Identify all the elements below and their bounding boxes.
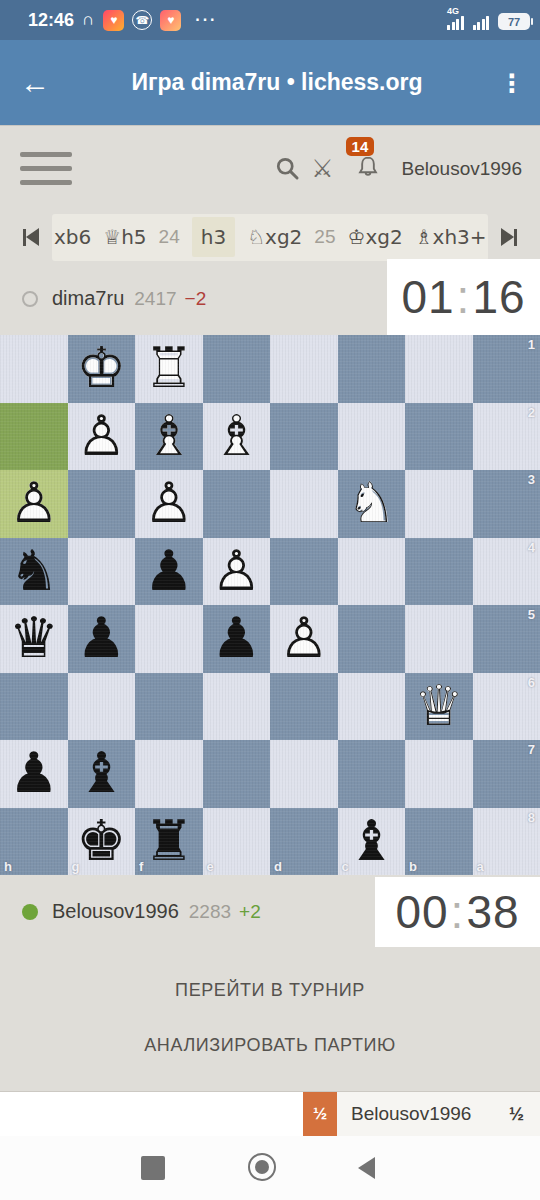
square-d5[interactable]: ♟♙ — [270, 605, 338, 673]
square-b8[interactable]: b — [405, 808, 473, 876]
square-f8[interactable]: ♜f — [135, 808, 203, 876]
square-d1[interactable] — [270, 335, 338, 403]
challenge-swords-icon[interactable]: ⚔ — [311, 154, 333, 183]
square-a4[interactable]: 4 — [473, 538, 540, 606]
square-f7[interactable] — [135, 740, 203, 808]
piece-black-queen: ♛ — [0, 605, 68, 673]
square-b6[interactable]: ♛♕ — [405, 673, 473, 741]
square-d3[interactable] — [270, 470, 338, 538]
square-e8[interactable]: e — [203, 808, 271, 876]
square-d7[interactable] — [270, 740, 338, 808]
standings-score-badge: ½ — [303, 1092, 337, 1136]
player-top-rating: 2417 — [134, 288, 176, 310]
coord-file-f: f — [139, 859, 143, 874]
piece-black-knight: ♞ — [0, 538, 68, 606]
square-b5[interactable] — [405, 605, 473, 673]
screen: 12:46 ∩ ♥ ☎ ♥ ··· 4G 77 ← Игра dima7ru •… — [0, 0, 540, 1200]
square-c7[interactable] — [338, 740, 406, 808]
square-c6[interactable] — [338, 673, 406, 741]
heart-app-icon: ♥ — [160, 10, 181, 31]
square-h7[interactable]: ♟ — [0, 740, 68, 808]
square-a6[interactable]: 6 — [473, 673, 540, 741]
square-b2[interactable] — [405, 403, 473, 471]
coord-file-g: g — [72, 859, 80, 874]
battery-icon: 77 — [498, 13, 530, 30]
square-b1[interactable] — [405, 335, 473, 403]
square-g5[interactable]: ♟ — [68, 605, 136, 673]
toolbar: ⚔ 14 Belousov1996 — [0, 125, 540, 212]
square-b7[interactable] — [405, 740, 473, 808]
square-c3[interactable]: ♞♘ — [338, 470, 406, 538]
player-row-bottom: Belousov1996 2283 +2 00:38 — [0, 875, 540, 948]
coord-file-b: b — [409, 859, 417, 874]
square-h1[interactable] — [0, 335, 68, 403]
piece-white-bishop: ♝♗ — [203, 403, 271, 471]
move-token[interactable]: ♕h5 — [103, 225, 146, 249]
move-token-current[interactable]: h3 — [192, 217, 235, 257]
analyze-game-button[interactable]: АНАЛИЗИРОВАТЬ ПАРТИЮ — [134, 1029, 406, 1062]
coord-file-e: e — [207, 859, 214, 874]
notification-badge: 14 — [346, 137, 375, 156]
square-f5[interactable] — [135, 605, 203, 673]
square-a8[interactable]: a8 — [473, 808, 540, 876]
square-g6[interactable] — [68, 673, 136, 741]
square-g1[interactable]: ♚♔ — [68, 335, 136, 403]
player-row-top: dima7ru 2417 −2 01:16 — [0, 262, 540, 335]
coord-rank-4: 4 — [528, 540, 535, 555]
square-a1[interactable]: 1 — [473, 335, 540, 403]
coord-rank-7: 7 — [528, 742, 535, 757]
signal-icon-4g: 4G — [447, 7, 464, 30]
status-bar: 12:46 ∩ ♥ ☎ ♥ ··· 4G 77 — [0, 0, 540, 40]
square-e3[interactable] — [203, 470, 271, 538]
kebab-menu-button[interactable]: ⋮ — [484, 72, 540, 94]
search-icon[interactable] — [274, 155, 301, 182]
player-top-rating-delta: −2 — [185, 288, 207, 310]
coord-file-d: d — [274, 859, 282, 874]
skip-to-end-button[interactable] — [488, 228, 530, 246]
coord-file-c: c — [342, 859, 349, 874]
square-h3[interactable]: ♟♙ — [0, 470, 68, 538]
square-e4[interactable]: ♟♙ — [203, 538, 271, 606]
clock-top: 01:16 — [387, 259, 540, 335]
player-bottom-name[interactable]: Belousov1996 — [52, 900, 179, 923]
square-b4[interactable] — [405, 538, 473, 606]
player-bottom-rating: 2283 — [189, 901, 231, 923]
move-number: 25 — [314, 226, 335, 248]
piece-black-bishop: ♝ — [68, 740, 136, 808]
square-f2[interactable]: ♝♗ — [135, 403, 203, 471]
square-h2[interactable] — [0, 403, 68, 471]
square-c2[interactable] — [338, 403, 406, 471]
square-a7[interactable]: 7 — [473, 740, 540, 808]
move-number: 24 — [159, 226, 180, 248]
square-f1[interactable]: ♜♖ — [135, 335, 203, 403]
clock-bottom: 00:38 — [375, 877, 540, 947]
piece-white-bishop: ♝♗ — [135, 403, 203, 471]
signal-icon-2 — [473, 16, 490, 30]
move-token[interactable]: xb6 — [54, 225, 91, 249]
square-h5[interactable]: ♛ — [0, 605, 68, 673]
square-a3[interactable]: 3 — [473, 470, 540, 538]
standings-score: ½ — [509, 1104, 524, 1125]
nav-back-button[interactable] — [358, 1157, 375, 1179]
page-title: Игра dima7ru • lichess.org — [70, 69, 484, 96]
player-top-name[interactable]: dima7ru — [52, 287, 124, 310]
coord-rank-3: 3 — [528, 472, 535, 487]
coord-rank-2: 2 — [528, 405, 535, 420]
app-header: ← Игра dima7ru • lichess.org ⋮ — [0, 40, 540, 125]
piece-black-pawn: ♟ — [203, 605, 271, 673]
square-e7[interactable] — [203, 740, 271, 808]
headphones-icon: ∩ — [82, 10, 94, 30]
clock-time: 12:46 — [28, 10, 74, 31]
square-f4[interactable]: ♟ — [135, 538, 203, 606]
coord-rank-1: 1 — [528, 337, 535, 352]
piece-white-pawn: ♟♙ — [68, 403, 136, 471]
coord-file-h: h — [4, 859, 12, 874]
piece-white-pawn: ♟♙ — [203, 538, 271, 606]
actions: ПЕРЕЙТИ В ТУРНИР АНАЛИЗИРОВАТЬ ПАРТИЮ — [0, 948, 540, 1092]
toolbar-username[interactable]: Belousov1996 — [402, 158, 522, 180]
standings-row[interactable]: ½ Belousov1996 ½ — [0, 1092, 540, 1136]
square-a2[interactable]: 2 — [473, 403, 540, 471]
black-side-online-icon — [22, 904, 38, 920]
whatsapp-icon: ☎ — [132, 10, 152, 30]
piece-white-pawn: ♟♙ — [270, 605, 338, 673]
recents-button[interactable] — [141, 1156, 165, 1180]
piece-white-king: ♚♔ — [68, 335, 136, 403]
more-notifications-icon: ··· — [195, 11, 217, 29]
square-c1[interactable] — [338, 335, 406, 403]
piece-white-knight: ♞♘ — [338, 470, 406, 538]
board: ♚♔♜♖1♟♙♝♗♝♗2♟♙♟♙♞♘3♞♟♟♙4♛♟♟♟♙5♛♕6♟♝7h♚g♜… — [0, 335, 540, 875]
coord-file-a: a — [477, 859, 484, 874]
square-d2[interactable] — [270, 403, 338, 471]
square-e1[interactable] — [203, 335, 271, 403]
move-bar: xb6♕h524h3♘xg225♔xg2♗xh3+26 — [0, 212, 540, 262]
square-d6[interactable] — [270, 673, 338, 741]
square-e5[interactable]: ♟ — [203, 605, 271, 673]
square-e6[interactable] — [203, 673, 271, 741]
move-token[interactable]: ♔xg2 — [347, 225, 402, 249]
square-f6[interactable] — [135, 673, 203, 741]
square-g8[interactable]: ♚g — [68, 808, 136, 876]
square-g4[interactable] — [68, 538, 136, 606]
likee-app-icon: ♥ — [103, 10, 124, 31]
square-e2[interactable]: ♝♗ — [203, 403, 271, 471]
square-g3[interactable] — [68, 470, 136, 538]
square-c4[interactable] — [338, 538, 406, 606]
white-side-icon — [22, 291, 38, 307]
square-c8[interactable]: ♝c — [338, 808, 406, 876]
square-f3[interactable]: ♟♙ — [135, 470, 203, 538]
move-list: xb6♕h524h3♘xg225♔xg2♗xh3+26 — [52, 214, 488, 261]
coord-rank-5: 5 — [528, 607, 535, 622]
coord-rank-6: 6 — [528, 675, 535, 690]
piece-black-pawn: ♟ — [68, 605, 136, 673]
square-b3[interactable] — [405, 470, 473, 538]
piece-white-rook: ♜♖ — [135, 335, 203, 403]
standings-player-name: Belousov1996 — [351, 1103, 471, 1125]
coord-rank-8: 8 — [528, 810, 535, 825]
move-token[interactable]: ♗xh3+ — [415, 225, 487, 249]
square-g2[interactable]: ♟♙ — [68, 403, 136, 471]
piece-white-pawn: ♟♙ — [135, 470, 203, 538]
square-h6[interactable] — [0, 673, 68, 741]
piece-black-pawn: ♟ — [135, 538, 203, 606]
piece-white-queen: ♛♕ — [405, 673, 473, 741]
notifications-bell-icon[interactable]: 14 — [354, 153, 382, 185]
square-d4[interactable] — [270, 538, 338, 606]
hamburger-menu-button[interactable] — [20, 152, 72, 185]
square-h4[interactable]: ♞ — [0, 538, 68, 606]
square-a5[interactable]: 5 — [473, 605, 540, 673]
back-button[interactable]: ← — [0, 68, 70, 98]
piece-black-pawn: ♟ — [0, 740, 68, 808]
square-h8[interactable]: h — [0, 808, 68, 876]
square-c5[interactable] — [338, 605, 406, 673]
home-button[interactable] — [248, 1153, 276, 1181]
piece-black-rook: ♜ — [135, 808, 203, 876]
move-token[interactable]: ♘xg2 — [247, 225, 302, 249]
android-nav-bar — [0, 1136, 540, 1200]
skip-to-start-button[interactable] — [10, 228, 52, 246]
square-g7[interactable]: ♝ — [68, 740, 136, 808]
goto-tournament-button[interactable]: ПЕРЕЙТИ В ТУРНИР — [165, 974, 375, 1007]
player-bottom-rating-delta: +2 — [239, 901, 261, 923]
piece-white-pawn: ♟♙ — [0, 470, 68, 538]
square-d8[interactable]: d — [270, 808, 338, 876]
